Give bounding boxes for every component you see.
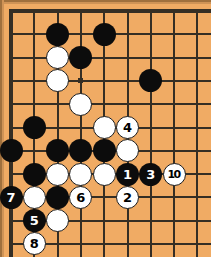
board-intersection — [46, 209, 69, 232]
black-stone — [93, 23, 116, 46]
board-intersection — [23, 162, 46, 185]
black-stone — [0, 139, 23, 162]
stone-number: 5 — [30, 209, 39, 232]
black-stone-5: 5 — [23, 209, 46, 232]
white-stone — [46, 46, 69, 69]
white-stone-2: 2 — [116, 186, 139, 209]
white-stone — [46, 69, 69, 92]
black-stone — [46, 23, 69, 46]
board-intersection — [69, 139, 92, 162]
board-intersection: 4 — [116, 116, 139, 139]
black-stone — [93, 139, 116, 162]
black-stone — [139, 69, 162, 92]
board-intersection — [69, 93, 92, 116]
stone-number: 8 — [30, 232, 39, 255]
stone-number: 2 — [123, 186, 132, 209]
board-intersection: 5 — [23, 209, 46, 232]
board-intersection — [46, 186, 69, 209]
stone-number: 1 — [123, 163, 132, 186]
black-stone — [23, 116, 46, 139]
white-stone — [116, 139, 139, 162]
white-stone-8: 8 — [23, 232, 46, 255]
board-intersection: 3 — [139, 162, 162, 185]
black-stone — [69, 46, 92, 69]
board-intersection — [0, 139, 23, 162]
board-intersection: 6 — [69, 186, 92, 209]
stone-number: 10 — [167, 163, 179, 186]
board-intersection — [46, 139, 69, 162]
black-stone — [46, 186, 69, 209]
stone-grid: 4131076258 — [0, 0, 209, 256]
white-stone — [69, 93, 92, 116]
stone-number: 6 — [76, 186, 85, 209]
white-stone — [23, 186, 46, 209]
white-stone — [69, 163, 92, 186]
board-intersection — [139, 69, 162, 92]
board-intersection: 7 — [0, 186, 23, 209]
board-intersection: 10 — [162, 162, 185, 185]
black-stone-1: 1 — [116, 163, 139, 186]
white-stone-10: 10 — [163, 163, 186, 186]
board-intersection — [46, 69, 69, 92]
stone-number: 7 — [6, 186, 15, 209]
board-intersection — [69, 162, 92, 185]
board-intersection — [23, 186, 46, 209]
black-stone-7: 7 — [0, 186, 23, 209]
white-stone — [93, 163, 116, 186]
white-stone — [93, 116, 116, 139]
board-intersection: 1 — [116, 162, 139, 185]
board-intersection — [93, 162, 116, 185]
stone-number: 3 — [146, 163, 155, 186]
black-stone-3: 3 — [139, 163, 162, 186]
board-intersection: 2 — [116, 186, 139, 209]
board-intersection — [116, 139, 139, 162]
board-intersection — [46, 46, 69, 69]
board-intersection — [46, 23, 69, 46]
board-intersection — [93, 139, 116, 162]
black-stone — [69, 139, 92, 162]
go-board: 4131076258 — [0, 0, 211, 257]
black-stone — [23, 163, 46, 186]
white-stone-6: 6 — [69, 186, 92, 209]
white-stone — [46, 209, 69, 232]
board-intersection: 8 — [23, 232, 46, 255]
white-stone — [46, 163, 69, 186]
board-intersection — [93, 116, 116, 139]
white-stone-4: 4 — [116, 116, 139, 139]
board-intersection — [23, 116, 46, 139]
board-intersection — [93, 23, 116, 46]
black-stone — [46, 139, 69, 162]
board-intersection — [69, 46, 92, 69]
stone-number: 4 — [123, 116, 132, 139]
board-intersection — [46, 162, 69, 185]
